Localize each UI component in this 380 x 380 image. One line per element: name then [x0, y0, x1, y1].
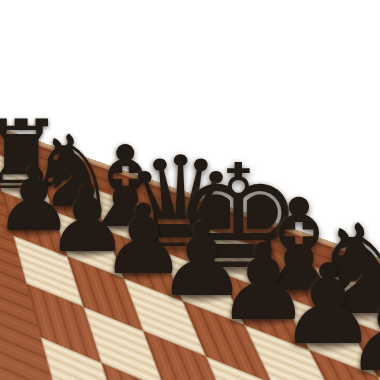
perspective-viewport: [0, 0, 380, 380]
chess-board: [0, 80, 380, 380]
board-grid: [0, 152, 380, 380]
photo-frame: ♜♞♝♟♛♟♚♟♝♟♞♟♜♟♟♟: [0, 0, 380, 380]
